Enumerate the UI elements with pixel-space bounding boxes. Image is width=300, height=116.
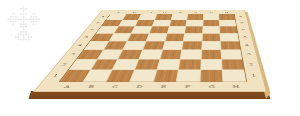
- square-h2: [222, 59, 244, 69]
- square-d7: [152, 20, 170, 26]
- rank-label-3: 3: [69, 53, 76, 56]
- file-label-c: C: [111, 85, 119, 89]
- rank-label-1: 1: [251, 74, 257, 78]
- file-label-f: F: [194, 11, 198, 13]
- square-e1: [153, 70, 177, 82]
- playing-field: [58, 14, 247, 82]
- square-d8: [155, 14, 172, 20]
- square-f3: [181, 50, 201, 59]
- square-g4: [202, 41, 221, 49]
- square-d4: [143, 41, 164, 49]
- board-frame: ABCDEFGH 87654321 87654321 ABCDEFGH: [33, 10, 267, 92]
- file-label-c: C: [148, 11, 153, 13]
- rank-label-4: 4: [245, 44, 250, 47]
- square-g1: [200, 70, 222, 82]
- square-d6: [149, 27, 168, 34]
- square-f1: [177, 70, 200, 82]
- file-label-g: G: [209, 85, 215, 89]
- square-f5: [184, 34, 202, 41]
- square-d2: [135, 59, 159, 69]
- file-label-d: D: [136, 85, 144, 89]
- square-h4: [221, 41, 240, 49]
- file-label-b: B: [132, 11, 137, 13]
- file-label-e: E: [179, 11, 183, 13]
- square-d1: [130, 70, 156, 82]
- square-g6: [203, 27, 220, 34]
- rank-label-2: 2: [249, 63, 254, 66]
- square-g2: [201, 59, 222, 69]
- square-e5: [165, 34, 184, 41]
- square-d3: [139, 50, 162, 59]
- square-g7: [203, 20, 219, 26]
- file-label-g: G: [209, 11, 213, 13]
- file-label-b: B: [87, 85, 95, 89]
- square-h6: [220, 27, 237, 34]
- square-e3: [160, 50, 181, 59]
- square-g3: [201, 50, 221, 59]
- chessboard: ABCDEFGH 87654321 87654321 ABCDEFGH: [33, 10, 267, 92]
- rank-label-3: 3: [247, 53, 252, 56]
- rank-label-5: 5: [83, 36, 89, 39]
- rank-label-6: 6: [89, 29, 94, 31]
- square-e8: [171, 14, 187, 20]
- rank-label-7: 7: [95, 22, 100, 24]
- file-label-f: F: [185, 85, 191, 89]
- square-f6: [185, 27, 202, 34]
- file-label-h: H: [232, 85, 239, 89]
- file-label-a: A: [117, 11, 122, 13]
- square-e2: [157, 59, 180, 69]
- square-f7: [186, 20, 203, 26]
- frame-corner: [247, 82, 266, 91]
- file-label-h: H: [224, 11, 229, 13]
- product-photo-canvas: ABCDEFGH 87654321 87654321 ABCDEFGH: [0, 0, 300, 116]
- square-e4: [163, 41, 183, 49]
- square-e7: [169, 20, 186, 26]
- square-h5: [220, 34, 238, 41]
- rank-label-4: 4: [77, 44, 83, 47]
- square-g5: [202, 34, 220, 41]
- file-labels-bottom: ABCDEFGH: [51, 82, 248, 91]
- square-h1: [223, 70, 246, 82]
- rank-label-7: 7: [240, 22, 244, 24]
- file-label-e: E: [160, 85, 167, 89]
- file-label-a: A: [63, 85, 72, 89]
- square-h8: [219, 14, 235, 20]
- rank-label-5: 5: [243, 36, 247, 39]
- square-h3: [222, 50, 243, 59]
- square-g8: [203, 14, 219, 20]
- rank-label-1: 1: [51, 74, 59, 78]
- square-f4: [182, 41, 201, 49]
- rank-label-8: 8: [239, 16, 243, 18]
- square-f8: [187, 14, 203, 20]
- square-e6: [167, 27, 185, 34]
- rank-label-6: 6: [241, 29, 245, 31]
- square-d5: [146, 34, 166, 41]
- rank-label-2: 2: [61, 63, 68, 66]
- square-f2: [179, 59, 201, 69]
- rank-label-8: 8: [100, 16, 105, 18]
- dot-matrix-chess-piece-logo-icon: [7, 5, 40, 41]
- square-h7: [220, 20, 237, 26]
- file-label-d: D: [163, 11, 168, 13]
